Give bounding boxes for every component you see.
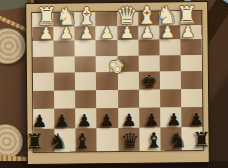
piece-bN-g8[interactable]: ♞ bbox=[49, 131, 68, 152]
piece-bR-a8[interactable]: ♜ bbox=[192, 130, 211, 151]
piece-wP-f2[interactable]: ♟ bbox=[79, 25, 94, 41]
floor-background bbox=[0, 0, 28, 11]
piece-bP-h7[interactable]: ♟ bbox=[32, 113, 47, 130]
piece-bP-a7[interactable]: ♟ bbox=[189, 111, 204, 128]
piece-bN-b8[interactable]: ♞ bbox=[168, 130, 187, 151]
playing-area: ♜♞♝♛♝♞♜♟♟♟♟♟♟♟♟♚♚♟♟♟♟♟♟♟♟♜♞♝♛♝♞♜ bbox=[32, 11, 202, 151]
chess-board: ♜♞♝♛♝♞♜♟♟♟♟♟♟♟♟♚♚♟♟♟♟♟♟♟♟♜♞♝♛♝♞♜ bbox=[25, 1, 210, 165]
piece-wP-e2[interactable]: ♟ bbox=[100, 25, 115, 41]
pieces-layer: ♜♞♝♛♝♞♜♟♟♟♟♟♟♟♟♚♚♟♟♟♟♟♟♟♟♜♞♝♛♝♞♜ bbox=[32, 11, 202, 151]
piece-bK-c5[interactable]: ♚ bbox=[141, 72, 157, 90]
piece-bQ-d8[interactable]: ♛ bbox=[121, 130, 140, 151]
piece-bP-e7[interactable]: ♟ bbox=[99, 112, 114, 129]
piece-bP-c7[interactable]: ♟ bbox=[144, 112, 159, 129]
piece-bP-d7[interactable]: ♟ bbox=[121, 112, 136, 129]
piece-bP-f7[interactable]: ♟ bbox=[77, 112, 92, 129]
piece-wP-d2[interactable]: ♟ bbox=[120, 25, 135, 41]
piece-wP-h2[interactable]: ♟ bbox=[39, 26, 54, 42]
piece-wP-b2[interactable]: ♟ bbox=[160, 24, 175, 40]
piece-wK-e4-fallen[interactable]: ♚ bbox=[103, 54, 129, 79]
piece-wP-a2[interactable]: ♟ bbox=[181, 24, 196, 40]
piece-bB-f8[interactable]: ♝ bbox=[73, 131, 92, 152]
piece-bP-b7[interactable]: ♟ bbox=[166, 111, 181, 128]
piece-wP-c2[interactable]: ♟ bbox=[140, 25, 155, 41]
piece-bB-c8[interactable]: ♝ bbox=[144, 130, 163, 151]
piece-bP-g7[interactable]: ♟ bbox=[54, 113, 69, 130]
piece-bR-h8[interactable]: ♜ bbox=[25, 131, 44, 152]
photo-scene: ♜♞♝♛♝♞♜♟♟♟♟♟♟♟♟♚♚♟♟♟♟♟♟♟♟♜♞♝♛♝♞♜ bbox=[0, 0, 228, 168]
piece-wP-g2[interactable]: ♟ bbox=[59, 25, 74, 41]
